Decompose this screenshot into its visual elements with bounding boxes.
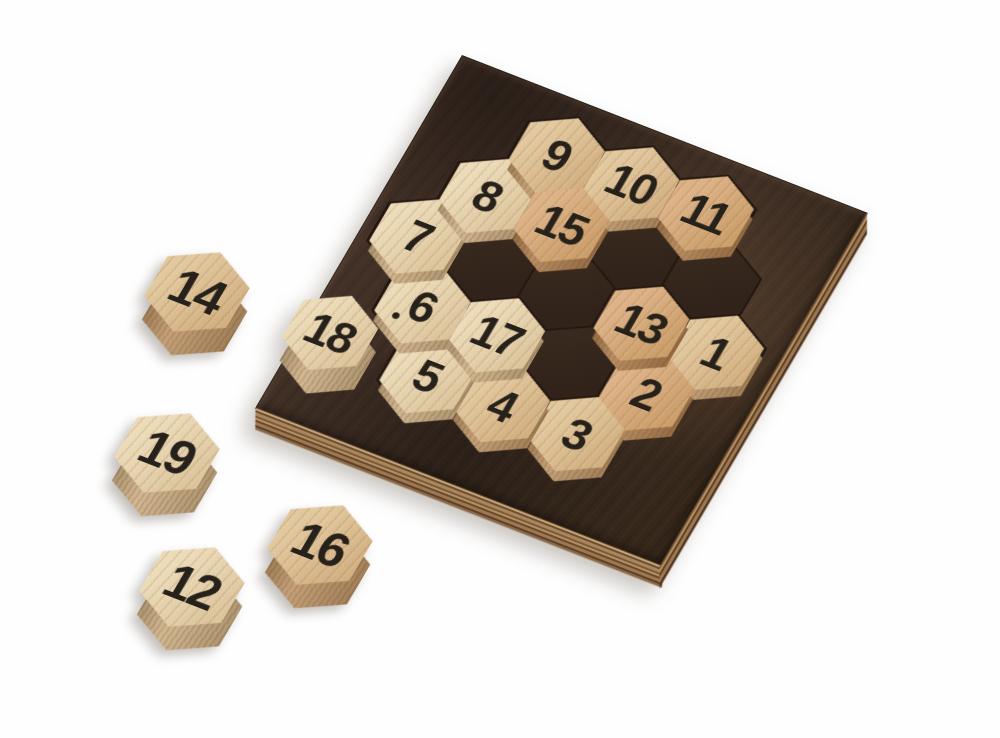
tile-number: 16 (283, 514, 356, 576)
tile-number: 12 (155, 556, 228, 618)
tile-number: 4 (479, 381, 524, 429)
tile-14[interactable]: 14 (133, 236, 262, 347)
tile-18[interactable]: 18 (271, 281, 389, 384)
tile-number: 15 (528, 197, 595, 254)
tile-number: 13 (608, 295, 675, 352)
tile-number-dot (391, 311, 401, 320)
tile-number: 11 (674, 186, 739, 242)
tile-number: 19 (130, 422, 203, 484)
photo-canvas: 123456789101113151718 12141619 (0, 0, 1000, 738)
tile-19[interactable]: 19 (103, 397, 232, 508)
puzzle-board: 123456789101113151718 (255, 55, 868, 566)
tile-number: 3 (554, 410, 599, 458)
tile-number: 14 (160, 261, 233, 323)
tile-16[interactable]: 16 (256, 489, 385, 600)
tile-number: 18 (297, 304, 364, 361)
tile-number: 6 (400, 282, 445, 330)
tile-number: 17 (463, 307, 530, 364)
tile-12[interactable]: 12 (128, 531, 257, 642)
tile-number: 9 (534, 131, 579, 179)
